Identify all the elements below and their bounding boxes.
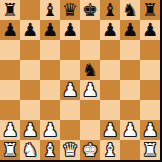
black-pawn[interactable]: ♟: [120, 20, 140, 40]
square-b2[interactable]: ♟: [20, 120, 40, 140]
square-a2[interactable]: ♟: [0, 120, 20, 140]
square-b3[interactable]: [20, 100, 40, 120]
white-rook[interactable]: ♜: [140, 140, 160, 160]
square-e1[interactable]: ♚: [80, 140, 100, 160]
square-e2[interactable]: [80, 120, 100, 140]
square-a4[interactable]: [0, 80, 20, 100]
black-pawn[interactable]: ♟: [40, 20, 60, 40]
black-pawn[interactable]: ♟: [60, 20, 80, 40]
square-e3[interactable]: [80, 100, 100, 120]
white-pawn[interactable]: ♟: [0, 120, 20, 140]
square-f3[interactable]: [100, 100, 120, 120]
square-a8[interactable]: ♜: [0, 0, 20, 20]
square-h7[interactable]: ♟: [140, 20, 160, 40]
square-h8[interactable]: ♜: [140, 0, 160, 20]
square-c3[interactable]: [40, 100, 60, 120]
white-bishop[interactable]: ♝: [40, 140, 60, 160]
white-pawn[interactable]: ♟: [80, 80, 100, 100]
square-g3[interactable]: [120, 100, 140, 120]
square-c8[interactable]: ♝: [40, 0, 60, 20]
square-g4[interactable]: [120, 80, 140, 100]
black-king[interactable]: ♚: [80, 0, 100, 20]
square-b1[interactable]: ♞: [20, 140, 40, 160]
square-c7[interactable]: ♟: [40, 20, 60, 40]
square-b4[interactable]: [20, 80, 40, 100]
square-h5[interactable]: [140, 60, 160, 80]
square-e6[interactable]: [80, 40, 100, 60]
square-g8[interactable]: ♞: [120, 0, 140, 20]
square-f8[interactable]: ♝: [100, 0, 120, 20]
black-bishop[interactable]: ♝: [100, 0, 120, 20]
black-pawn[interactable]: ♟: [20, 20, 40, 40]
black-pawn[interactable]: ♟: [100, 20, 120, 40]
white-rook[interactable]: ♜: [0, 140, 20, 160]
white-pawn[interactable]: ♟: [100, 120, 120, 140]
square-d6[interactable]: [60, 40, 80, 60]
square-f2[interactable]: ♟: [100, 120, 120, 140]
square-f4[interactable]: [100, 80, 120, 100]
square-d3[interactable]: [60, 100, 80, 120]
square-g7[interactable]: ♟: [120, 20, 140, 40]
square-f5[interactable]: [100, 60, 120, 80]
white-pawn[interactable]: ♟: [40, 120, 60, 140]
square-c4[interactable]: [40, 80, 60, 100]
black-knight[interactable]: ♞: [80, 60, 100, 80]
square-a7[interactable]: ♟: [0, 20, 20, 40]
square-b7[interactable]: ♟: [20, 20, 40, 40]
square-a6[interactable]: [0, 40, 20, 60]
square-d7[interactable]: ♟: [60, 20, 80, 40]
white-pawn[interactable]: ♟: [20, 120, 40, 140]
square-b5[interactable]: [20, 60, 40, 80]
square-b8[interactable]: [20, 0, 40, 20]
chess-board-frame: ♜♝♛♚♝♞♜♟♟♟♟♟♟♟♞♟♟♟♟♟♟♟♟♜♞♝♛♚♝♜: [0, 0, 162, 162]
chess-board: ♜♝♛♚♝♞♜♟♟♟♟♟♟♟♞♟♟♟♟♟♟♟♟♜♞♝♛♚♝♜: [0, 0, 160, 160]
black-rook[interactable]: ♜: [0, 0, 20, 20]
square-c2[interactable]: ♟: [40, 120, 60, 140]
square-d8[interactable]: ♛: [60, 0, 80, 20]
square-e8[interactable]: ♚: [80, 0, 100, 20]
square-a3[interactable]: [0, 100, 20, 120]
white-pawn[interactable]: ♟: [140, 120, 160, 140]
black-bishop[interactable]: ♝: [40, 0, 60, 20]
square-h6[interactable]: [140, 40, 160, 60]
black-queen[interactable]: ♛: [60, 0, 80, 20]
square-d1[interactable]: ♛: [60, 140, 80, 160]
square-f7[interactable]: ♟: [100, 20, 120, 40]
white-pawn[interactable]: ♟: [60, 80, 80, 100]
square-f1[interactable]: ♝: [100, 140, 120, 160]
square-e5[interactable]: ♞: [80, 60, 100, 80]
square-d2[interactable]: [60, 120, 80, 140]
square-d5[interactable]: [60, 60, 80, 80]
white-king[interactable]: ♚: [80, 140, 100, 160]
square-g5[interactable]: [120, 60, 140, 80]
square-g2[interactable]: ♟: [120, 120, 140, 140]
white-knight[interactable]: ♞: [20, 140, 40, 160]
white-bishop[interactable]: ♝: [100, 140, 120, 160]
square-h1[interactable]: ♜: [140, 140, 160, 160]
square-c5[interactable]: [40, 60, 60, 80]
square-e4[interactable]: ♟: [80, 80, 100, 100]
square-c6[interactable]: [40, 40, 60, 60]
white-queen[interactable]: ♛: [60, 140, 80, 160]
black-rook[interactable]: ♜: [140, 0, 160, 20]
square-a1[interactable]: ♜: [0, 140, 20, 160]
square-g1[interactable]: [120, 140, 140, 160]
black-knight[interactable]: ♞: [120, 0, 140, 20]
square-h4[interactable]: [140, 80, 160, 100]
square-f6[interactable]: [100, 40, 120, 60]
square-h3[interactable]: [140, 100, 160, 120]
square-g6[interactable]: [120, 40, 140, 60]
square-c1[interactable]: ♝: [40, 140, 60, 160]
square-a5[interactable]: [0, 60, 20, 80]
square-b6[interactable]: [20, 40, 40, 60]
square-h2[interactable]: ♟: [140, 120, 160, 140]
square-d4[interactable]: ♟: [60, 80, 80, 100]
black-pawn[interactable]: ♟: [0, 20, 20, 40]
square-e7[interactable]: [80, 20, 100, 40]
black-pawn[interactable]: ♟: [140, 20, 160, 40]
white-pawn[interactable]: ♟: [120, 120, 140, 140]
